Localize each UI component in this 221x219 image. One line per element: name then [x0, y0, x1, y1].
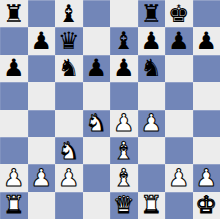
square-c6[interactable]: ♞ [55, 55, 83, 82]
white-pawn[interactable]: ♟ [58, 166, 80, 190]
white-king[interactable]: ♚ [195, 193, 217, 217]
square-f7[interactable]: ♟ [138, 27, 166, 54]
white-knight[interactable]: ♞ [85, 111, 107, 135]
white-pawn[interactable]: ♟ [168, 166, 190, 190]
black-pawn[interactable]: ♟ [30, 29, 52, 53]
square-a1[interactable]: ♜ [0, 192, 28, 219]
square-c5[interactable] [55, 82, 83, 109]
black-pawn[interactable]: ♟ [85, 56, 107, 80]
square-g8[interactable]: ♚ [165, 0, 193, 27]
square-d3[interactable] [83, 137, 111, 164]
square-h5[interactable] [193, 82, 221, 109]
square-e2[interactable]: ♝ [110, 164, 138, 191]
square-g3[interactable] [165, 137, 193, 164]
square-e8[interactable] [110, 0, 138, 27]
black-pawn[interactable]: ♟ [168, 29, 190, 53]
square-e4[interactable]: ♟ [110, 110, 138, 137]
square-g5[interactable] [165, 82, 193, 109]
chess-board: ♜♝♜♚♟♛♝♟♟♟♟♞♟♟♞♞♟♟♞♝♟♟♟♝♟♟♜♛♜♚ [0, 0, 220, 219]
black-king[interactable]: ♚ [168, 2, 190, 26]
black-pawn[interactable]: ♟ [195, 29, 217, 53]
square-h8[interactable] [193, 0, 221, 27]
square-h3[interactable] [193, 137, 221, 164]
black-bishop[interactable]: ♝ [113, 29, 135, 53]
square-c4[interactable] [55, 110, 83, 137]
square-b1[interactable] [28, 192, 56, 219]
square-b5[interactable] [28, 82, 56, 109]
white-pawn[interactable]: ♟ [195, 166, 217, 190]
black-rook[interactable]: ♜ [3, 2, 25, 26]
square-f2[interactable] [138, 164, 166, 191]
white-rook[interactable]: ♜ [140, 193, 162, 217]
square-c7[interactable]: ♛ [55, 27, 83, 54]
square-f3[interactable] [138, 137, 166, 164]
square-c1[interactable] [55, 192, 83, 219]
white-bishop[interactable]: ♝ [113, 139, 135, 163]
black-pawn[interactable]: ♟ [140, 29, 162, 53]
black-bishop[interactable]: ♝ [58, 2, 80, 26]
black-queen[interactable]: ♛ [58, 29, 80, 53]
square-d7[interactable] [83, 27, 111, 54]
black-knight[interactable]: ♞ [140, 56, 162, 80]
square-e3[interactable]: ♝ [110, 137, 138, 164]
square-b4[interactable] [28, 110, 56, 137]
square-b6[interactable] [28, 55, 56, 82]
white-pawn[interactable]: ♟ [3, 166, 25, 190]
square-h4[interactable] [193, 110, 221, 137]
square-h1[interactable]: ♚ [193, 192, 221, 219]
square-b2[interactable]: ♟ [28, 164, 56, 191]
square-h7[interactable]: ♟ [193, 27, 221, 54]
square-g2[interactable]: ♟ [165, 164, 193, 191]
square-d1[interactable] [83, 192, 111, 219]
square-f5[interactable] [138, 82, 166, 109]
square-e1[interactable]: ♛ [110, 192, 138, 219]
white-knight[interactable]: ♞ [58, 139, 80, 163]
square-e5[interactable] [110, 82, 138, 109]
square-d4[interactable]: ♞ [83, 110, 111, 137]
square-a6[interactable]: ♟ [0, 55, 28, 82]
square-e6[interactable]: ♟ [110, 55, 138, 82]
square-g7[interactable]: ♟ [165, 27, 193, 54]
white-pawn[interactable]: ♟ [30, 166, 52, 190]
square-b8[interactable] [28, 0, 56, 27]
square-c3[interactable]: ♞ [55, 137, 83, 164]
square-e7[interactable]: ♝ [110, 27, 138, 54]
black-rook[interactable]: ♜ [140, 2, 162, 26]
white-pawn[interactable]: ♟ [113, 111, 135, 135]
square-d8[interactable] [83, 0, 111, 27]
square-h2[interactable]: ♟ [193, 164, 221, 191]
square-g6[interactable] [165, 55, 193, 82]
square-f1[interactable]: ♜ [138, 192, 166, 219]
square-h6[interactable] [193, 55, 221, 82]
white-queen[interactable]: ♛ [113, 193, 135, 217]
black-pawn[interactable]: ♟ [113, 56, 135, 80]
square-g4[interactable] [165, 110, 193, 137]
square-d2[interactable] [83, 164, 111, 191]
square-a4[interactable] [0, 110, 28, 137]
white-rook[interactable]: ♜ [3, 193, 25, 217]
white-bishop[interactable]: ♝ [113, 166, 135, 190]
square-f8[interactable]: ♜ [138, 0, 166, 27]
white-pawn[interactable]: ♟ [140, 111, 162, 135]
square-c2[interactable]: ♟ [55, 164, 83, 191]
square-b7[interactable]: ♟ [28, 27, 56, 54]
square-a2[interactable]: ♟ [0, 164, 28, 191]
square-g1[interactable] [165, 192, 193, 219]
square-a3[interactable] [0, 137, 28, 164]
square-d6[interactable]: ♟ [83, 55, 111, 82]
square-a5[interactable] [0, 82, 28, 109]
square-c8[interactable]: ♝ [55, 0, 83, 27]
square-d5[interactable] [83, 82, 111, 109]
square-f4[interactable]: ♟ [138, 110, 166, 137]
square-b3[interactable] [28, 137, 56, 164]
square-a7[interactable] [0, 27, 28, 54]
black-pawn[interactable]: ♟ [3, 56, 25, 80]
square-a8[interactable]: ♜ [0, 0, 28, 27]
black-knight[interactable]: ♞ [58, 56, 80, 80]
square-f6[interactable]: ♞ [138, 55, 166, 82]
